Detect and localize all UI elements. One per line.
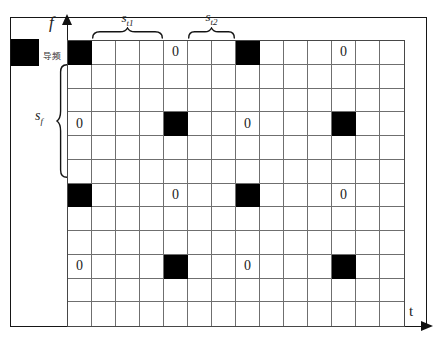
st1-annotation: st1: [92, 10, 163, 28]
grid-cell: [332, 136, 356, 160]
grid-cell: [140, 89, 164, 113]
grid-cell: [356, 231, 380, 255]
pilot-cell: [164, 255, 188, 279]
grid-cell: [284, 207, 308, 231]
grid-cell: [356, 279, 380, 303]
grid-cell: [236, 302, 260, 326]
grid-cell: [68, 207, 92, 231]
grid-cell: [92, 136, 116, 160]
grid-cell: [260, 279, 284, 303]
grid-cell: [116, 41, 140, 65]
grid-cell: [284, 136, 308, 160]
grid-cell: [260, 231, 284, 255]
grid-cell: [260, 255, 284, 279]
grid-cell: [308, 136, 332, 160]
grid-cell: [236, 65, 260, 89]
grid-cell: [116, 302, 140, 326]
zero-cell: 0: [68, 255, 92, 279]
grid-cell: [116, 112, 140, 136]
grid-cell: [188, 255, 212, 279]
grid-cell: [68, 136, 92, 160]
grid-cell: [92, 231, 116, 255]
zero-cell: 0: [236, 112, 260, 136]
grid-cell: [68, 231, 92, 255]
grid-cell: [140, 112, 164, 136]
grid-cell: [212, 89, 236, 113]
grid-cell: [92, 65, 116, 89]
pilot-cell: [332, 255, 356, 279]
grid-cell: [116, 255, 140, 279]
grid-cell: [116, 136, 140, 160]
grid-cell: [212, 160, 236, 184]
grid-cell: [380, 302, 404, 326]
sf-annotation: sf: [35, 108, 43, 126]
grid-cell: [116, 231, 140, 255]
zero-cell: 0: [332, 41, 356, 65]
grid-cell: [212, 184, 236, 208]
figure-page: 导频 f t st1 st2 sf 00000000: [0, 0, 446, 338]
grid-cell: [164, 65, 188, 89]
grid-cell: [236, 231, 260, 255]
grid-cell: [356, 255, 380, 279]
grid-cell: [188, 41, 212, 65]
grid-cell: [164, 302, 188, 326]
grid-cell: [284, 231, 308, 255]
grid-cell: [188, 279, 212, 303]
grid-cell: [260, 89, 284, 113]
grid-cell: [188, 65, 212, 89]
grid-cell: [92, 41, 116, 65]
grid-cell: [116, 207, 140, 231]
grid-cell: [284, 41, 308, 65]
grid-cell: [308, 160, 332, 184]
grid-cell: [308, 112, 332, 136]
grid-cell: [380, 207, 404, 231]
grid-cell: [188, 160, 212, 184]
grid-cell: [116, 184, 140, 208]
grid-cell: [164, 207, 188, 231]
grid-cell: [140, 207, 164, 231]
zero-cell: 0: [164, 41, 188, 65]
grid-cell: [356, 207, 380, 231]
grid-cell: [356, 65, 380, 89]
zero-cell: 0: [236, 255, 260, 279]
grid-cell: [68, 160, 92, 184]
grid-cell: [140, 231, 164, 255]
grid-cell: [188, 231, 212, 255]
grid-cell: [356, 302, 380, 326]
grid-cell: [380, 279, 404, 303]
grid-cell: [380, 255, 404, 279]
grid-cell: [188, 136, 212, 160]
grid-cell: [308, 255, 332, 279]
grid-cell: [188, 89, 212, 113]
grid-cell: [236, 160, 260, 184]
grid-cell: [260, 207, 284, 231]
grid-cell: [332, 160, 356, 184]
legend-pilot-swatch: [11, 39, 39, 66]
grid-cell: [380, 160, 404, 184]
grid-cell: [284, 112, 308, 136]
grid-cell: [140, 302, 164, 326]
grid-cell: [308, 302, 332, 326]
grid-cell: [236, 279, 260, 303]
grid-cell: [164, 160, 188, 184]
grid-cell: [332, 279, 356, 303]
grid-cell: [332, 89, 356, 113]
grid-cell: [116, 65, 140, 89]
grid-cell: [140, 255, 164, 279]
pilot-pattern-grid: 00000000: [67, 40, 405, 327]
zero-cell: 0: [332, 184, 356, 208]
st2-annotation: st2: [188, 9, 235, 27]
grid-cell: [260, 184, 284, 208]
grid-cell: [356, 41, 380, 65]
pilot-cell: [68, 41, 92, 65]
grid-cell: [92, 184, 116, 208]
grid-cell: [164, 279, 188, 303]
grid-cell: [68, 279, 92, 303]
grid-cell: [380, 89, 404, 113]
grid-cell: [260, 41, 284, 65]
f-axis-arrow-icon: [62, 14, 72, 25]
t-axis-label: t: [409, 303, 413, 320]
grid-cell: [284, 184, 308, 208]
grid-cell: [260, 136, 284, 160]
brace-st2: [188, 27, 235, 39]
grid-cell: [236, 207, 260, 231]
grid-cell: [92, 302, 116, 326]
grid-cell: [164, 136, 188, 160]
grid-cell: [308, 279, 332, 303]
grid-cell: [140, 65, 164, 89]
grid-cell: [284, 89, 308, 113]
grid-cell: [140, 184, 164, 208]
grid-cell: [308, 65, 332, 89]
grid-cell: [212, 65, 236, 89]
grid-cell: [284, 255, 308, 279]
grid-cell: [212, 302, 236, 326]
pilot-cell: [68, 184, 92, 208]
grid-cell: [116, 160, 140, 184]
grid-cell: [332, 207, 356, 231]
grid-cell: [308, 41, 332, 65]
grid-cell: [116, 89, 140, 113]
grid-cell: [284, 279, 308, 303]
grid-cell: [140, 160, 164, 184]
grid-cell: [380, 136, 404, 160]
grid-cell: [356, 89, 380, 113]
grid-cell: [284, 160, 308, 184]
grid-cell: [284, 65, 308, 89]
f-axis-label: f: [49, 13, 54, 33]
grid-cell: [140, 136, 164, 160]
grid-cell: [332, 302, 356, 326]
grid-cell: [236, 89, 260, 113]
grid-cell: [308, 231, 332, 255]
grid-cell: [380, 184, 404, 208]
grid-cell: [380, 65, 404, 89]
grid-cell: [140, 279, 164, 303]
grid-cell: [212, 112, 236, 136]
grid-cell: [332, 231, 356, 255]
grid-cell: [92, 255, 116, 279]
grid-cell: [188, 302, 212, 326]
grid-cell: [380, 231, 404, 255]
zero-cell: 0: [164, 184, 188, 208]
grid-cell: [356, 184, 380, 208]
grid-cell: [188, 207, 212, 231]
grid-cell: [212, 207, 236, 231]
grid-cell: [356, 112, 380, 136]
grid-cell: [116, 279, 140, 303]
t-axis-arrow-icon: [421, 321, 433, 331]
grid-cell: [260, 112, 284, 136]
grid-cell: [380, 41, 404, 65]
grid-cell: [92, 160, 116, 184]
grid-cell: [68, 65, 92, 89]
pilot-cell: [236, 41, 260, 65]
grid-cell: [164, 231, 188, 255]
brace-st1: [92, 27, 163, 39]
grid-cell: [212, 136, 236, 160]
grid-cell: [164, 89, 188, 113]
grid-cell: [308, 89, 332, 113]
grid-cell: [212, 41, 236, 65]
grid-cell: [212, 255, 236, 279]
grid-cell: [92, 207, 116, 231]
grid-cell: [284, 302, 308, 326]
grid-cell: [356, 160, 380, 184]
pilot-cell: [332, 112, 356, 136]
grid-cell: [260, 160, 284, 184]
grid-cell: [332, 65, 356, 89]
grid-cell: [380, 112, 404, 136]
grid-cell: [212, 279, 236, 303]
zero-cell: 0: [68, 112, 92, 136]
grid-cell: [356, 136, 380, 160]
grid-cell: [140, 41, 164, 65]
grid-cell: [260, 65, 284, 89]
grid-cell: [236, 136, 260, 160]
grid-cell: [188, 112, 212, 136]
grid-cell: [308, 184, 332, 208]
grid-cell: [308, 207, 332, 231]
grid-cell: [212, 231, 236, 255]
grid-cell: [92, 89, 116, 113]
grid-cell: [260, 302, 284, 326]
grid-cell: [68, 89, 92, 113]
pilot-cell: [236, 184, 260, 208]
grid-cell: [68, 302, 92, 326]
pilot-cell: [164, 112, 188, 136]
grid-cell: [92, 279, 116, 303]
grid-cell: [188, 184, 212, 208]
grid-cell: [92, 112, 116, 136]
legend-pilot-label: 导频: [43, 50, 61, 63]
